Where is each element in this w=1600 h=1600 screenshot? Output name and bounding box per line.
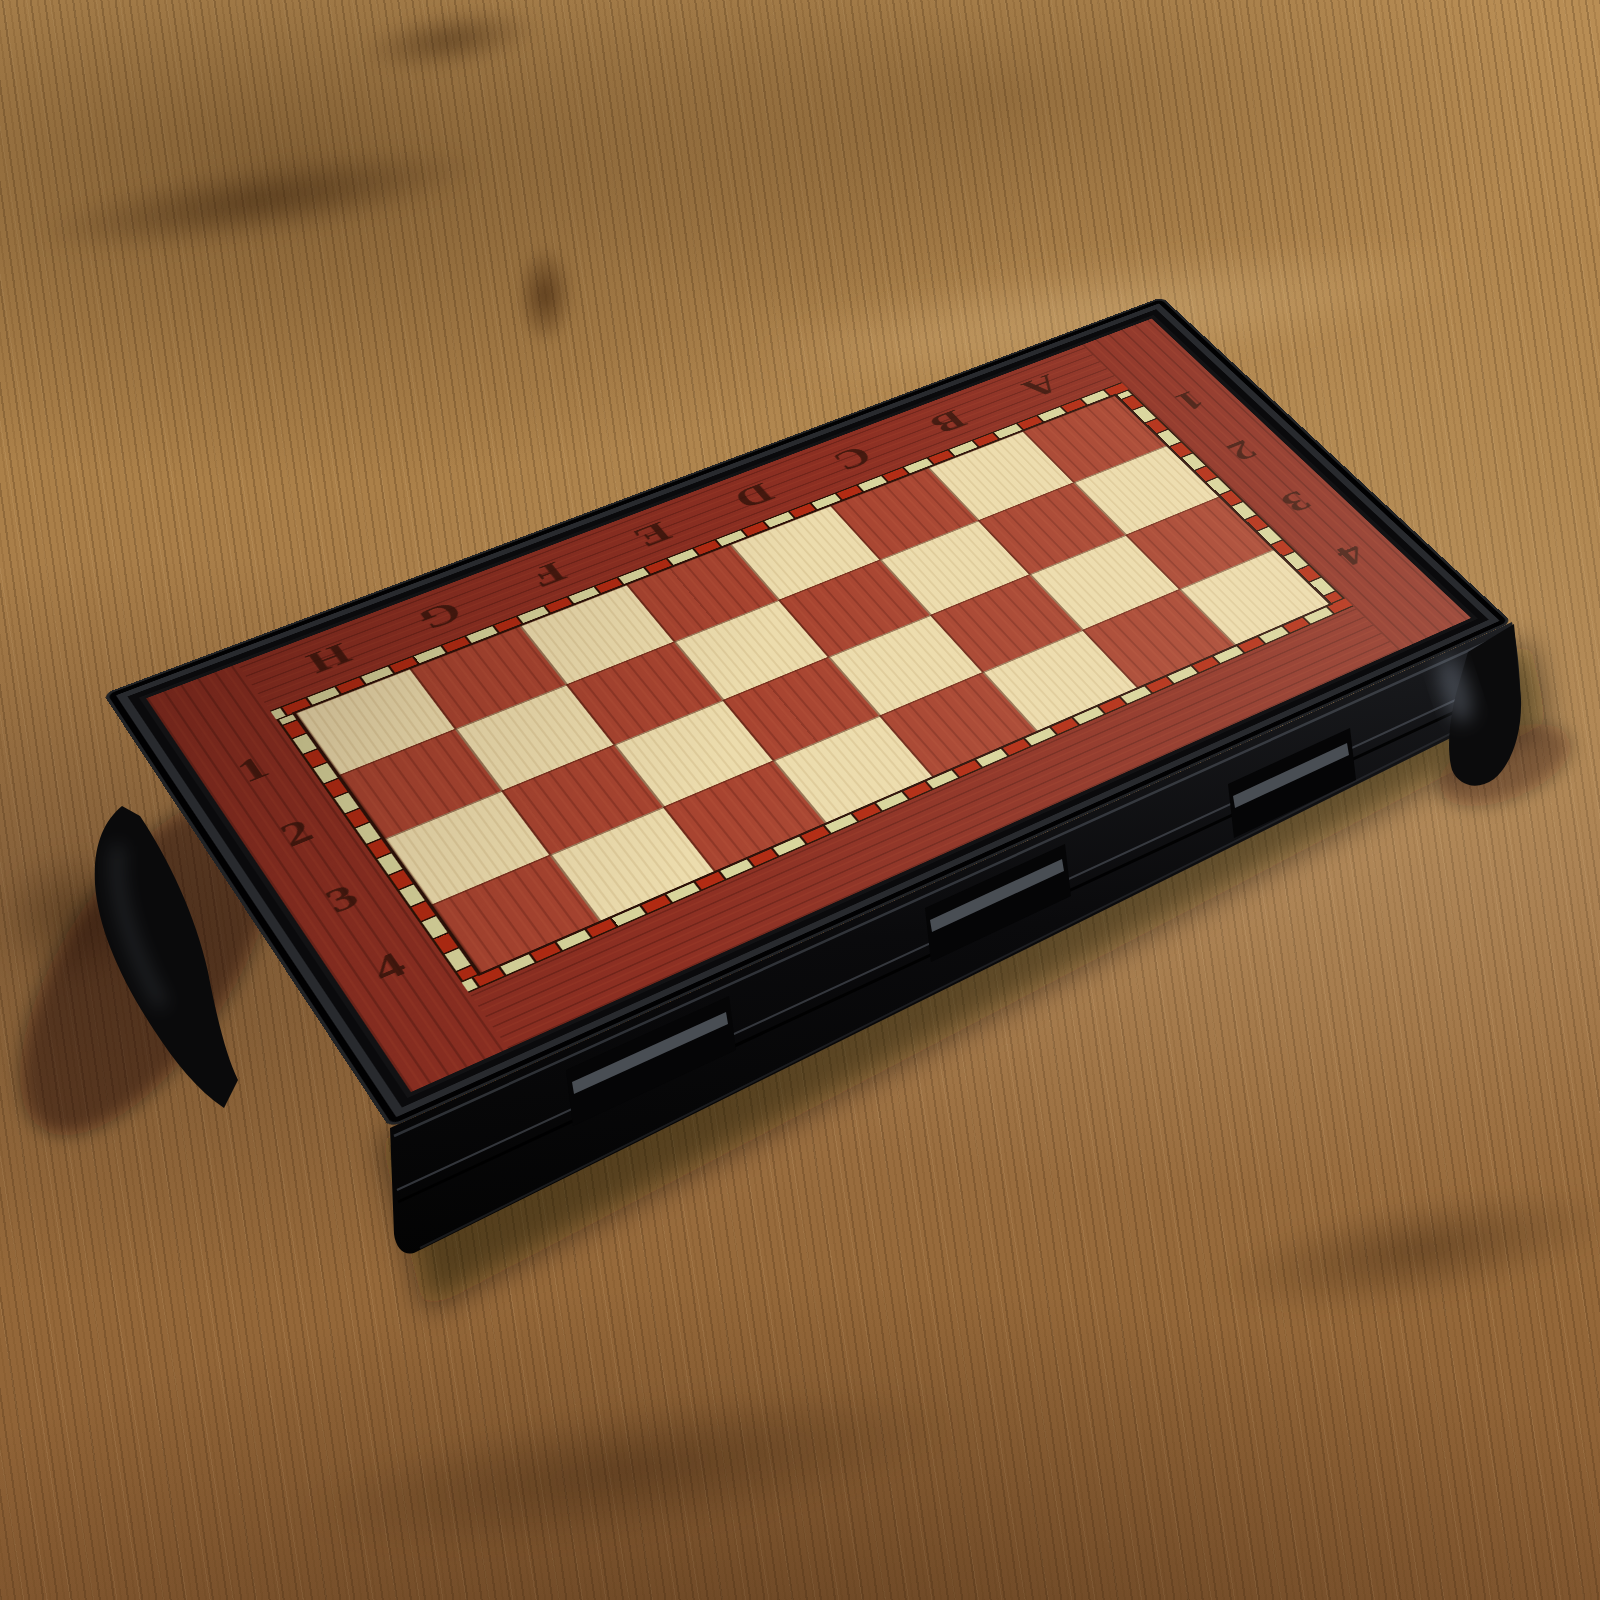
photo-scene: HGFEDCBA12341234 <box>0 0 1600 1600</box>
